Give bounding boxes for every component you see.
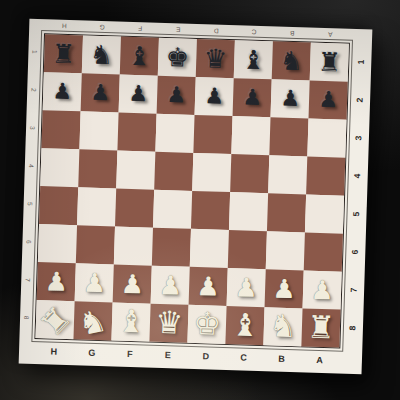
- square-b1[interactable]: ♞: [272, 41, 311, 80]
- file-label-h: H: [35, 346, 73, 357]
- square-b4[interactable]: [268, 155, 307, 194]
- black-pawn: ♟: [157, 76, 196, 115]
- square-c3[interactable]: [231, 116, 270, 155]
- black-pawn: ♟: [195, 77, 234, 116]
- square-b2[interactable]: ♟: [271, 79, 310, 118]
- black-knight: ♞: [272, 41, 311, 80]
- square-g2[interactable]: ♟: [81, 73, 120, 112]
- square-d2[interactable]: ♟: [195, 77, 234, 116]
- white-knight: ♞: [70, 299, 115, 344]
- black-king: ♚: [158, 38, 197, 77]
- square-d1[interactable]: ♛: [196, 39, 235, 78]
- file-label-top-e: E: [159, 26, 197, 34]
- square-h7[interactable]: ♟: [37, 262, 76, 301]
- square-c2[interactable]: ♟: [233, 78, 272, 117]
- square-c8[interactable]: ♝: [226, 306, 265, 345]
- file-label-top-f: F: [121, 25, 159, 33]
- square-g7[interactable]: ♟: [75, 263, 114, 302]
- square-e7[interactable]: ♟: [151, 266, 190, 305]
- file-label-top-g: G: [83, 23, 121, 31]
- square-h8[interactable]: ♜: [36, 300, 75, 339]
- white-pawn: ♟: [113, 264, 152, 303]
- white-pawn: ♟: [75, 263, 114, 302]
- black-bishop: ♝: [120, 36, 159, 75]
- square-e4[interactable]: [154, 152, 193, 191]
- square-h1[interactable]: ♜: [44, 34, 83, 73]
- square-d8[interactable]: ♚: [188, 305, 227, 344]
- square-g1[interactable]: ♞: [82, 35, 121, 74]
- rank-label-3: 3: [339, 129, 378, 147]
- file-label-g: G: [73, 347, 111, 358]
- rank-label-7: 7: [334, 281, 373, 299]
- square-f4[interactable]: [116, 150, 155, 189]
- black-pawn: ♟: [43, 72, 82, 111]
- square-e2[interactable]: ♟: [157, 76, 196, 115]
- square-f6[interactable]: [114, 226, 153, 265]
- square-c6[interactable]: [228, 230, 267, 269]
- square-g4[interactable]: [78, 149, 117, 188]
- black-knight: ♞: [82, 35, 121, 74]
- square-h5[interactable]: [39, 186, 78, 225]
- square-h6[interactable]: [38, 224, 77, 263]
- board-frame: ♜♞♝♚♛♝♞♜♟♟♟♟♟♟♟♟♟♟♟♟♟♟♟♟♜♞♝♛♚♝♞♜: [31, 30, 353, 352]
- square-e1[interactable]: ♚: [158, 38, 197, 77]
- file-label-top-a: A: [311, 30, 349, 38]
- chess-board: HGFEDCBA 12345678 ♜♞♝♚♛♝♞♜♟♟♟♟♟♟♟♟♟♟♟♟♟♟…: [19, 19, 373, 375]
- board-grid: ♜♞♝♚♛♝♞♜♟♟♟♟♟♟♟♟♟♟♟♟♟♟♟♟♜♞♝♛♚♝♞♜: [35, 33, 350, 348]
- square-g3[interactable]: [80, 111, 119, 150]
- square-c5[interactable]: [229, 192, 268, 231]
- square-b7[interactable]: ♟: [265, 269, 304, 308]
- white-king: ♚: [188, 305, 227, 344]
- square-e5[interactable]: [153, 190, 192, 229]
- square-d5[interactable]: [191, 191, 230, 230]
- rank-label-8: 8: [333, 319, 372, 337]
- square-f8[interactable]: ♝: [112, 302, 151, 341]
- black-queen: ♛: [196, 39, 235, 78]
- square-e3[interactable]: [156, 114, 195, 153]
- black-pawn: ♟: [81, 73, 120, 112]
- square-b3[interactable]: [269, 117, 308, 156]
- rank-label-1: 1: [342, 53, 381, 71]
- file-label-top-d: D: [197, 27, 235, 35]
- square-f5[interactable]: [115, 188, 154, 227]
- black-pawn: ♟: [119, 74, 158, 113]
- square-h3[interactable]: [42, 110, 81, 149]
- square-f1[interactable]: ♝: [120, 36, 159, 75]
- square-g5[interactable]: [77, 187, 116, 226]
- file-label-b: B: [263, 353, 301, 364]
- file-label-f: F: [111, 348, 149, 359]
- white-bishop: ♝: [226, 306, 265, 345]
- square-d6[interactable]: [190, 229, 229, 268]
- square-c1[interactable]: ♝: [234, 40, 273, 79]
- white-pawn: ♟: [189, 267, 228, 306]
- square-c7[interactable]: ♟: [227, 268, 266, 307]
- file-label-e: E: [149, 349, 187, 360]
- square-e8[interactable]: ♛: [150, 304, 189, 343]
- square-b8[interactable]: ♞: [263, 307, 302, 346]
- square-c4[interactable]: [230, 154, 269, 193]
- square-g6[interactable]: [76, 225, 115, 264]
- black-rook: ♜: [44, 34, 83, 73]
- square-e6[interactable]: [152, 228, 191, 267]
- table-background: HGFEDCBA 12345678 ♜♞♝♚♛♝♞♜♟♟♟♟♟♟♟♟♟♟♟♟♟♟…: [0, 0, 400, 400]
- square-d3[interactable]: [193, 115, 232, 154]
- file-label-top-b: B: [273, 29, 311, 37]
- black-pawn: ♟: [271, 79, 310, 118]
- rank-label-6: 6: [336, 243, 375, 261]
- black-pawn: ♟: [233, 78, 272, 117]
- white-queen: ♛: [150, 304, 189, 343]
- square-g8[interactable]: ♞: [74, 301, 113, 340]
- file-label-a: A: [301, 354, 339, 365]
- white-knight: ♞: [263, 307, 302, 346]
- square-f3[interactable]: [118, 112, 157, 151]
- white-pawn: ♟: [37, 262, 76, 301]
- square-f2[interactable]: ♟: [119, 74, 158, 113]
- square-f7[interactable]: ♟: [113, 264, 152, 303]
- file-label-c: C: [225, 352, 263, 363]
- white-pawn: ♟: [227, 268, 266, 307]
- file-label-top-c: C: [235, 28, 273, 36]
- black-bishop: ♝: [234, 40, 273, 79]
- square-d4[interactable]: [192, 153, 231, 192]
- rank-label-4: 4: [338, 167, 377, 185]
- rank-label-5: 5: [337, 205, 376, 223]
- square-b6[interactable]: [266, 231, 305, 270]
- white-pawn: ♟: [265, 269, 304, 308]
- file-label-d: D: [187, 351, 225, 362]
- square-h4[interactable]: [40, 148, 79, 187]
- square-b5[interactable]: [267, 193, 306, 232]
- white-pawn: ♟: [151, 266, 190, 305]
- square-d7[interactable]: ♟: [189, 267, 228, 306]
- square-h2[interactable]: ♟: [43, 72, 82, 111]
- file-label-top-h: H: [45, 22, 83, 30]
- white-bishop: ♝: [112, 302, 151, 341]
- rank-label-2: 2: [340, 91, 379, 109]
